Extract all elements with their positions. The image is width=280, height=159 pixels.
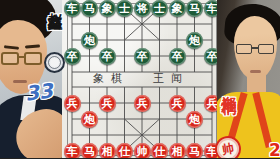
red-horse-piece[interactable]: 马 xyxy=(81,143,98,159)
glasses-icon xyxy=(1,52,19,65)
green-chariot-piece[interactable]: 车 xyxy=(64,0,81,17)
corner-watermark: 2 xyxy=(269,140,280,158)
episode-number: 33 xyxy=(24,78,55,105)
right-player-name: 郑惟桐 xyxy=(219,84,238,90)
green-soldier-piece[interactable]: 卒 xyxy=(64,48,81,65)
glasses-icon xyxy=(24,52,42,65)
left-player-photo xyxy=(0,0,63,158)
red-soldier-piece[interactable]: 兵 xyxy=(134,95,151,112)
red-elephant-piece[interactable]: 相 xyxy=(169,143,186,159)
red-advisor-piece[interactable]: 仕 xyxy=(151,143,168,159)
board-grid xyxy=(62,0,218,158)
red-soldier-piece[interactable]: 兵 xyxy=(99,95,116,112)
green-soldier-piece[interactable]: 卒 xyxy=(99,48,116,65)
green-soldier-piece[interactable]: 卒 xyxy=(134,48,151,65)
red-horse-piece[interactable]: 马 xyxy=(186,143,203,159)
right-player-mouth xyxy=(250,70,261,73)
green-general-piece[interactable]: 将 xyxy=(134,0,151,17)
green-elephant-piece[interactable]: 象 xyxy=(99,0,116,17)
logo-seal-icon xyxy=(44,52,65,73)
glasses-bridge xyxy=(252,47,258,49)
red-general-piece[interactable]: 帅 xyxy=(134,143,151,159)
video-thumbnail: 象棋 王闻 车马象士将士象马车炮炮卒卒卒卒卒兵兵兵兵兵炮炮车马相仕帅仕相马车 赵… xyxy=(0,0,280,158)
red-cannon-piece[interactable]: 炮 xyxy=(186,111,203,128)
left-player-name: 赵鑫鑫 xyxy=(45,1,64,4)
red-soldier-piece[interactable]: 兵 xyxy=(64,95,81,112)
green-elephant-piece[interactable]: 象 xyxy=(169,0,186,17)
green-cannon-piece[interactable]: 炮 xyxy=(81,32,98,49)
red-advisor-piece[interactable]: 仕 xyxy=(116,143,133,159)
river-label-right: 王闻 xyxy=(153,71,189,87)
glasses-icon xyxy=(236,44,252,54)
green-soldier-piece[interactable]: 卒 xyxy=(169,48,186,65)
right-player-photo xyxy=(217,0,280,158)
green-horse-piece[interactable]: 马 xyxy=(186,0,203,17)
red-soldier-piece[interactable]: 兵 xyxy=(169,95,186,112)
red-chariot-piece[interactable]: 车 xyxy=(64,143,81,159)
green-advisor-piece[interactable]: 士 xyxy=(116,0,133,17)
red-cannon-piece[interactable]: 炮 xyxy=(81,111,98,128)
green-advisor-piece[interactable]: 士 xyxy=(151,0,168,17)
glasses-icon xyxy=(258,44,274,54)
glasses-bridge xyxy=(18,56,25,58)
xiangqi-board[interactable]: 象棋 王闻 车马象士将士象马车炮炮卒卒卒卒卒兵兵兵兵兵炮炮车马相仕帅仕相马车 xyxy=(62,0,218,158)
red-elephant-piece[interactable]: 相 xyxy=(99,143,116,159)
green-cannon-piece[interactable]: 炮 xyxy=(186,32,203,49)
river-label-left: 象棋 xyxy=(93,71,129,87)
green-horse-piece[interactable]: 马 xyxy=(81,0,98,17)
